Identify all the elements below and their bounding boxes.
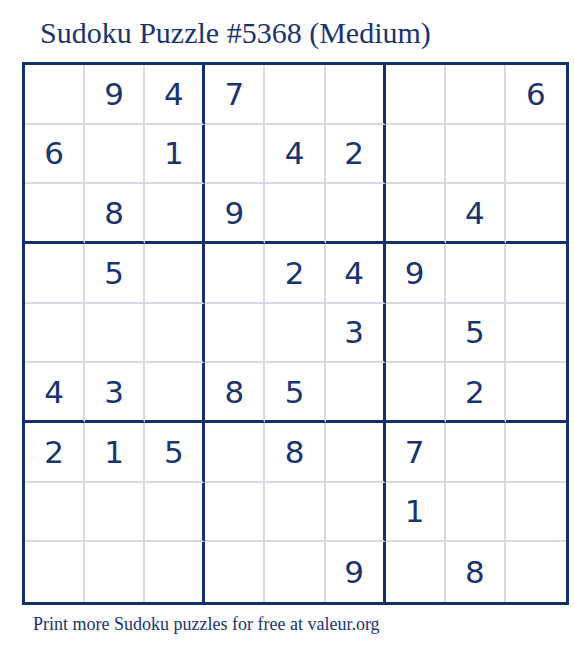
- sudoku-cell-r6c3[interactable]: [145, 363, 205, 423]
- sudoku-cell-r7c1[interactable]: 2: [25, 423, 85, 483]
- sudoku-cell-r7c8[interactable]: [446, 423, 506, 483]
- sudoku-cell-r1c8[interactable]: [446, 65, 506, 125]
- sudoku-cell-r3c9[interactable]: [506, 184, 566, 244]
- sudoku-cell-r7c2[interactable]: 1: [85, 423, 145, 483]
- sudoku-cell-r1c9[interactable]: 6: [506, 65, 566, 125]
- sudoku-cell-r4c2[interactable]: 5: [85, 244, 145, 304]
- sudoku-cell-r3c4[interactable]: 9: [205, 184, 265, 244]
- sudoku-cell-r9c1[interactable]: [25, 542, 85, 602]
- sudoku-cell-r6c1[interactable]: 4: [25, 363, 85, 423]
- sudoku-cell-r9c2[interactable]: [85, 542, 145, 602]
- sudoku-cell-r9c8[interactable]: 8: [446, 542, 506, 602]
- footer-text: Print more Sudoku puzzles for free at va…: [33, 614, 380, 635]
- sudoku-cell-r6c5[interactable]: 5: [265, 363, 325, 423]
- sudoku-cell-r7c5[interactable]: 8: [265, 423, 325, 483]
- sudoku-cell-r8c1[interactable]: [25, 483, 85, 543]
- sudoku-cell-r8c9[interactable]: [506, 483, 566, 543]
- sudoku-cell-r1c6[interactable]: [326, 65, 386, 125]
- sudoku-cell-r8c5[interactable]: [265, 483, 325, 543]
- sudoku-cell-r5c7[interactable]: [386, 304, 446, 364]
- sudoku-cell-r8c6[interactable]: [326, 483, 386, 543]
- sudoku-cell-r2c1[interactable]: 6: [25, 125, 85, 185]
- sudoku-cell-r3c3[interactable]: [145, 184, 205, 244]
- sudoku-cell-r6c8[interactable]: 2: [446, 363, 506, 423]
- sudoku-cell-r4c3[interactable]: [145, 244, 205, 304]
- sudoku-cell-r9c3[interactable]: [145, 542, 205, 602]
- sudoku-cell-r4c9[interactable]: [506, 244, 566, 304]
- sudoku-cell-r7c6[interactable]: [326, 423, 386, 483]
- sudoku-cell-r1c4[interactable]: 7: [205, 65, 265, 125]
- sudoku-cell-r5c9[interactable]: [506, 304, 566, 364]
- sudoku-cell-r8c8[interactable]: [446, 483, 506, 543]
- sudoku-board: 947661428945249354385221587198: [22, 62, 569, 605]
- sudoku-cell-r9c7[interactable]: [386, 542, 446, 602]
- sudoku-cell-r5c8[interactable]: 5: [446, 304, 506, 364]
- sudoku-cell-r4c6[interactable]: 4: [326, 244, 386, 304]
- sudoku-cell-r1c3[interactable]: 4: [145, 65, 205, 125]
- sudoku-cell-r3c2[interactable]: 8: [85, 184, 145, 244]
- sudoku-cell-r6c2[interactable]: 3: [85, 363, 145, 423]
- sudoku-cell-r6c4[interactable]: 8: [205, 363, 265, 423]
- sudoku-cell-r3c1[interactable]: [25, 184, 85, 244]
- sudoku-cell-r1c1[interactable]: [25, 65, 85, 125]
- sudoku-cell-r1c5[interactable]: [265, 65, 325, 125]
- sudoku-cell-r5c5[interactable]: [265, 304, 325, 364]
- sudoku-cell-r5c3[interactable]: [145, 304, 205, 364]
- sudoku-cell-r1c2[interactable]: 9: [85, 65, 145, 125]
- sudoku-cell-r2c4[interactable]: [205, 125, 265, 185]
- sudoku-cell-r2c7[interactable]: [386, 125, 446, 185]
- sudoku-cell-r5c2[interactable]: [85, 304, 145, 364]
- sudoku-cell-r1c7[interactable]: [386, 65, 446, 125]
- sudoku-cell-r4c7[interactable]: 9: [386, 244, 446, 304]
- sudoku-cell-r6c9[interactable]: [506, 363, 566, 423]
- sudoku-cell-r9c9[interactable]: [506, 542, 566, 602]
- sudoku-cell-r5c1[interactable]: [25, 304, 85, 364]
- sudoku-cell-r9c6[interactable]: 9: [326, 542, 386, 602]
- sudoku-cell-r9c4[interactable]: [205, 542, 265, 602]
- sudoku-cell-r8c3[interactable]: [145, 483, 205, 543]
- sudoku-cell-r8c7[interactable]: 1: [386, 483, 446, 543]
- sudoku-cell-r2c6[interactable]: 2: [326, 125, 386, 185]
- sudoku-cell-r8c2[interactable]: [85, 483, 145, 543]
- sudoku-cell-r5c6[interactable]: 3: [326, 304, 386, 364]
- sudoku-cell-r9c5[interactable]: [265, 542, 325, 602]
- page-title: Sudoku Puzzle #5368 (Medium): [40, 16, 431, 49]
- sudoku-cell-r7c7[interactable]: 7: [386, 423, 446, 483]
- sudoku-cell-r2c2[interactable]: [85, 125, 145, 185]
- sudoku-cell-r3c6[interactable]: [326, 184, 386, 244]
- sudoku-cell-r2c9[interactable]: [506, 125, 566, 185]
- sudoku-cell-r7c9[interactable]: [506, 423, 566, 483]
- sudoku-cell-r5c4[interactable]: [205, 304, 265, 364]
- sudoku-cell-r6c6[interactable]: [326, 363, 386, 423]
- sudoku-cell-r2c5[interactable]: 4: [265, 125, 325, 185]
- sudoku-cell-r3c8[interactable]: 4: [446, 184, 506, 244]
- sudoku-cell-r6c7[interactable]: [386, 363, 446, 423]
- sudoku-cell-r7c3[interactable]: 5: [145, 423, 205, 483]
- sudoku-cell-r4c1[interactable]: [25, 244, 85, 304]
- sudoku-cell-r2c8[interactable]: [446, 125, 506, 185]
- sudoku-cell-r7c4[interactable]: [205, 423, 265, 483]
- sudoku-cell-r3c7[interactable]: [386, 184, 446, 244]
- sudoku-cell-r4c8[interactable]: [446, 244, 506, 304]
- sudoku-cell-r8c4[interactable]: [205, 483, 265, 543]
- sudoku-cell-r2c3[interactable]: 1: [145, 125, 205, 185]
- sudoku-cell-r4c5[interactable]: 2: [265, 244, 325, 304]
- sudoku-cell-r3c5[interactable]: [265, 184, 325, 244]
- sudoku-cell-r4c4[interactable]: [205, 244, 265, 304]
